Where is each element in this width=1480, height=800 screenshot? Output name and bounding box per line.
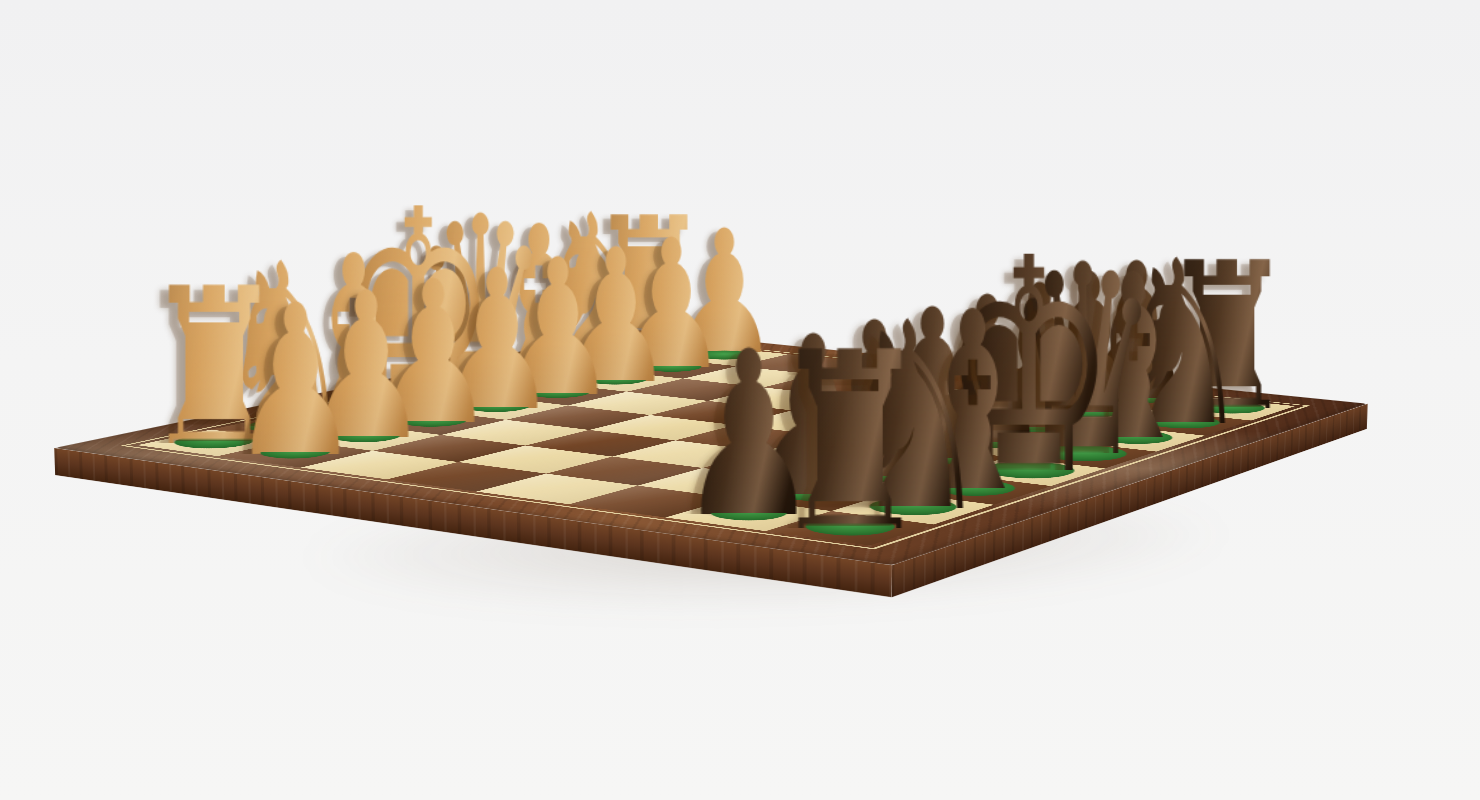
- piece-black-rook-h8[interactable]: ♜♜: [657, 51, 1043, 527]
- piece-white-pawn-h2[interactable]: ♟♟: [123, 27, 469, 453]
- scene-3d: ♜♜♟♟♞♞♟♟♝♝♟♟♛♛♟♟♚♚♟♟♟♟♜♜♝♝♟♟♟♟♞♞♞♞♟♟♟♟♝♝…: [0, 0, 1480, 800]
- black-rook-icon: ♜: [768, 318, 931, 578]
- chess-board: ♜♜♟♟♞♞♟♟♝♝♟♟♛♛♟♟♚♚♟♟♟♟♜♜♝♝♟♟♟♟♞♞♞♞♟♟♟♟♝♝…: [54, 329, 1367, 565]
- white-pawn-icon: ♟: [231, 277, 361, 496]
- render-canvas: ♜♜♟♟♞♞♟♟♝♝♟♟♛♛♟♟♚♚♟♟♟♟♜♜♝♝♟♟♟♟♞♞♞♞♟♟♟♟♝♝…: [0, 0, 1480, 800]
- pieces-layer: ♜♜♟♟♞♞♟♟♝♝♟♟♛♛♟♟♚♚♟♟♟♟♜♜♝♝♟♟♟♟♞♞♞♞♟♟♟♟♝♝…: [54, 329, 1367, 565]
